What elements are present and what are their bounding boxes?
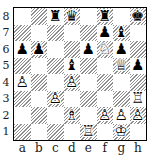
- square-a8[interactable]: [14, 8, 31, 25]
- square-f2[interactable]: ♙: [97, 107, 114, 124]
- square-h5[interactable]: ♟: [130, 58, 147, 75]
- piece-white-pawn[interactable]: ♙: [16, 75, 29, 90]
- rank-label-5: 5: [0, 58, 12, 75]
- file-label-b: b: [31, 141, 48, 155]
- square-f3[interactable]: [97, 91, 114, 108]
- square-d2[interactable]: ♗: [64, 107, 81, 124]
- rank-label-8: 8: [0, 8, 12, 25]
- rank-label-7: 7: [0, 25, 12, 42]
- square-e3[interactable]: [80, 91, 97, 108]
- square-c3[interactable]: ♙: [47, 91, 64, 108]
- piece-black-pawn[interactable]: ♟: [16, 42, 29, 57]
- piece-white-pawn[interactable]: ♙: [131, 108, 144, 123]
- square-d5[interactable]: ♝: [64, 58, 81, 75]
- square-h8[interactable]: ♚: [130, 8, 147, 25]
- rank-label-2: 2: [0, 107, 12, 124]
- square-a3[interactable]: [14, 91, 31, 108]
- piece-black-pawn[interactable]: ♟: [32, 42, 45, 57]
- piece-black-pawn[interactable]: ♟: [115, 42, 128, 57]
- file-label-e: e: [80, 141, 97, 155]
- square-e2[interactable]: [80, 107, 97, 124]
- piece-black-rook[interactable]: ♜: [98, 9, 111, 24]
- piece-white-rook[interactable]: ♖: [82, 124, 95, 139]
- square-g7[interactable]: ♝: [113, 25, 130, 42]
- square-d3[interactable]: [64, 91, 81, 108]
- square-d8[interactable]: ♛: [64, 8, 81, 25]
- square-a4[interactable]: ♙: [14, 74, 31, 91]
- square-g5[interactable]: ♕: [113, 58, 130, 75]
- square-h1[interactable]: [130, 124, 147, 141]
- piece-black-bishop[interactable]: ♝: [65, 58, 78, 73]
- square-d1[interactable]: [64, 124, 81, 141]
- square-b3[interactable]: [31, 91, 48, 108]
- square-e1[interactable]: ♖: [80, 124, 97, 141]
- file-label-c: c: [47, 141, 64, 155]
- piece-white-bishop[interactable]: ♗: [65, 108, 78, 123]
- square-c5[interactable]: [47, 58, 64, 75]
- piece-black-rook[interactable]: ♜: [49, 9, 62, 24]
- rank-label-4: 4: [0, 74, 12, 91]
- square-d4[interactable]: ♙: [64, 74, 81, 91]
- square-h7[interactable]: [130, 25, 147, 42]
- piece-black-king[interactable]: ♚: [131, 9, 144, 24]
- piece-white-pawn[interactable]: ♙: [115, 108, 128, 123]
- piece-black-queen[interactable]: ♛: [65, 9, 78, 24]
- chess-board: ♜♛♜♚♟♝♟♟♟♘♟♝♕♟♙♙♙♖♗♙♙♙♖♔: [13, 7, 147, 141]
- square-b5[interactable]: [31, 58, 48, 75]
- piece-black-bishop[interactable]: ♝: [115, 25, 128, 40]
- piece-white-knight[interactable]: ♘: [98, 42, 111, 57]
- piece-white-queen[interactable]: ♕: [115, 58, 128, 73]
- square-h6[interactable]: [130, 41, 147, 58]
- square-e8[interactable]: [80, 8, 97, 25]
- square-e6[interactable]: ♟: [80, 41, 97, 58]
- square-g8[interactable]: [113, 8, 130, 25]
- square-f8[interactable]: ♜: [97, 8, 114, 25]
- square-g4[interactable]: [113, 74, 130, 91]
- piece-black-pawn[interactable]: ♟: [131, 58, 144, 73]
- square-b7[interactable]: [31, 25, 48, 42]
- file-label-g: g: [113, 141, 130, 155]
- square-c8[interactable]: ♜: [47, 8, 64, 25]
- file-labels: abcdefgh: [14, 141, 146, 155]
- rank-label-1: 1: [0, 124, 12, 141]
- square-g2[interactable]: ♙: [113, 107, 130, 124]
- square-f7[interactable]: ♟: [97, 25, 114, 42]
- piece-white-pawn[interactable]: ♙: [65, 75, 78, 90]
- piece-white-king[interactable]: ♔: [115, 124, 128, 139]
- square-f4[interactable]: [97, 74, 114, 91]
- square-d6[interactable]: [64, 41, 81, 58]
- square-a5[interactable]: [14, 58, 31, 75]
- file-label-f: f: [97, 141, 114, 155]
- square-c4[interactable]: [47, 74, 64, 91]
- square-d7[interactable]: [64, 25, 81, 42]
- square-a1[interactable]: [14, 124, 31, 141]
- square-b1[interactable]: [31, 124, 48, 141]
- square-h2[interactable]: ♙: [130, 107, 147, 124]
- square-c2[interactable]: [47, 107, 64, 124]
- square-a7[interactable]: [14, 25, 31, 42]
- square-h4[interactable]: [130, 74, 147, 91]
- square-g1[interactable]: ♔: [113, 124, 130, 141]
- square-b6[interactable]: ♟: [31, 41, 48, 58]
- square-e4[interactable]: [80, 74, 97, 91]
- square-g3[interactable]: [113, 91, 130, 108]
- piece-white-rook[interactable]: ♖: [131, 91, 144, 106]
- square-b8[interactable]: [31, 8, 48, 25]
- square-e7[interactable]: [80, 25, 97, 42]
- square-b2[interactable]: [31, 107, 48, 124]
- rank-label-6: 6: [0, 41, 12, 58]
- square-f1[interactable]: [97, 124, 114, 141]
- file-label-d: d: [64, 141, 81, 155]
- file-label-a: a: [14, 141, 31, 155]
- square-h3[interactable]: ♖: [130, 91, 147, 108]
- square-b4[interactable]: [31, 74, 48, 91]
- square-c6[interactable]: [47, 41, 64, 58]
- square-e5[interactable]: [80, 58, 97, 75]
- square-c1[interactable]: [47, 124, 64, 141]
- square-g6[interactable]: ♟: [113, 41, 130, 58]
- piece-black-pawn[interactable]: ♟: [98, 25, 111, 40]
- square-f6[interactable]: ♘: [97, 41, 114, 58]
- piece-black-pawn[interactable]: ♟: [82, 42, 95, 57]
- square-a6[interactable]: ♟: [14, 41, 31, 58]
- square-f5[interactable]: [97, 58, 114, 75]
- rank-label-3: 3: [0, 91, 12, 108]
- square-c7[interactable]: [47, 25, 64, 42]
- rank-labels: 87654321: [0, 8, 12, 140]
- square-a2[interactable]: [14, 107, 31, 124]
- piece-white-pawn[interactable]: ♙: [98, 108, 111, 123]
- file-label-h: h: [130, 141, 147, 155]
- piece-white-pawn[interactable]: ♙: [49, 91, 62, 106]
